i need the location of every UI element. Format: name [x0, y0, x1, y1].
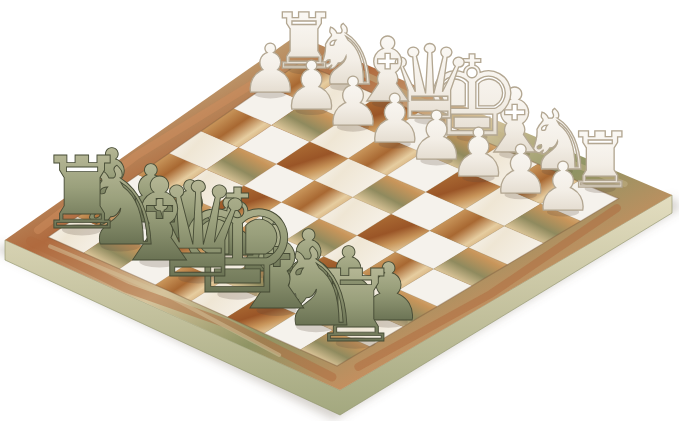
piece-green-rook: ♜: [37, 135, 127, 252]
chess-set-photo: ♜♞♝♚♛♝♞♜♟♟♟♟♟♟♟♟♟♟♟♟♟♟♟♟♜♞♝♚♛♝♞♜: [0, 0, 679, 421]
piece-white-pawn: ♟: [240, 30, 300, 108]
product-photo-canvas: ♜♞♝♚♛♝♞♜♟♟♟♟♟♟♟♟♟♟♟♟♟♟♟♟♜♞♝♚♛♝♞♜: [0, 0, 679, 421]
